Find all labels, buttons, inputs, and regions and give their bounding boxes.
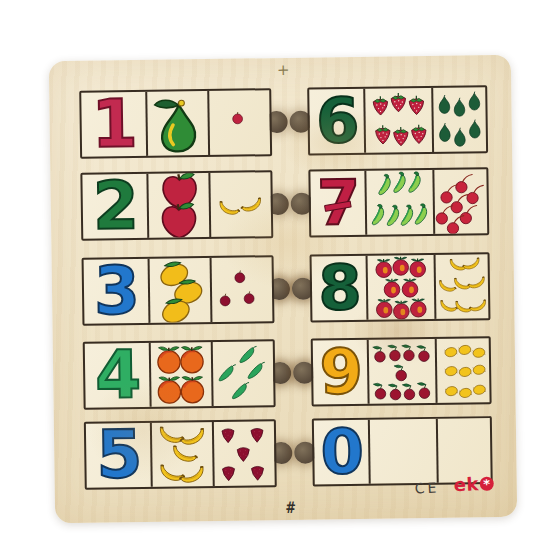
- pearsm-icon: [449, 97, 470, 118]
- cherrystem-icon: [442, 211, 467, 234]
- brand-text: ek: [453, 475, 479, 494]
- apple8-icon: [380, 275, 404, 299]
- straw-cell: [363, 88, 432, 153]
- apple-cell: [146, 173, 209, 238]
- banana-cell: [150, 422, 213, 487]
- banana-icon: [177, 460, 207, 487]
- chili-icon: [366, 203, 391, 228]
- number-cell-4: 4: [85, 343, 150, 408]
- puzzle-piece-6[interactable]: 6: [307, 85, 488, 156]
- banana-icon: [239, 192, 264, 217]
- cherryleaf-icon: [370, 380, 391, 401]
- brand-logo-asterisk-icon: *: [480, 476, 495, 491]
- lemon-icon: [153, 286, 197, 323]
- pear-icon: [147, 94, 206, 153]
- number-cell-6: 6: [309, 89, 364, 154]
- apple8-icon: [372, 296, 396, 320]
- digit-5: 5: [96, 423, 141, 488]
- brand-logo: ek*: [453, 474, 494, 494]
- empty-cell: [368, 419, 437, 484]
- number-cell-8: 8: [312, 256, 367, 321]
- banana-icon: [156, 422, 186, 449]
- chili-icon: [380, 204, 405, 229]
- banana-icon: [216, 195, 241, 220]
- lemon9-icon: [441, 342, 460, 361]
- apple8-icon: [389, 297, 413, 320]
- lemon-icon: [168, 269, 209, 310]
- pearsm-icon: [464, 119, 485, 140]
- number-cell-3: 3: [84, 259, 149, 324]
- puzzle-piece-1[interactable]: 1: [79, 88, 272, 159]
- digit-2: 2: [92, 174, 137, 239]
- puzzle-piece-3[interactable]: 3: [82, 255, 275, 326]
- digit-6: 6: [316, 90, 358, 153]
- appledot-icon: [229, 109, 246, 126]
- banana-icon: [178, 422, 208, 452]
- pear-cell: [145, 91, 208, 156]
- orange-icon: [152, 342, 185, 375]
- straw-icon: [388, 123, 414, 149]
- puzzle-piece-9[interactable]: 9: [311, 336, 492, 407]
- number-cell-5: 5: [86, 423, 151, 488]
- apple8-icon: [406, 295, 430, 319]
- lemon9-icon: [469, 343, 488, 362]
- pearsm-cell: [431, 87, 486, 152]
- banana-icon: [157, 457, 187, 487]
- banana-icon: [169, 438, 199, 468]
- apple8-icon: [371, 255, 395, 279]
- lemon9-icon: [469, 379, 488, 398]
- digit-4: 4: [95, 343, 140, 408]
- pearsm-icon: [463, 91, 484, 112]
- lemon9-icon: [455, 340, 474, 359]
- strawdark-icon: [247, 424, 268, 445]
- berry-cell: [210, 257, 273, 322]
- straw-icon: [370, 121, 396, 147]
- banana-icon: [451, 273, 472, 294]
- registration-mark-top: +: [277, 63, 290, 78]
- cherryleaf-icon: [399, 381, 420, 402]
- lemon9-icon: [455, 383, 474, 402]
- cherrystem-icon: [446, 190, 471, 215]
- cherryleaf-cell: [367, 339, 436, 404]
- strawdark-icon: [218, 424, 239, 445]
- number-cell-1: 1: [81, 92, 146, 157]
- cherrystem-icon: [432, 201, 457, 226]
- straw-icon: [385, 89, 411, 115]
- lemon-cell: [148, 258, 211, 323]
- apple-icon: [158, 199, 201, 238]
- straw-icon: [405, 121, 431, 147]
- puzzle-piece-5[interactable]: 5: [84, 419, 277, 490]
- chili-icon: [372, 173, 397, 198]
- cherryleaf-icon: [398, 341, 419, 362]
- cherryleaf-icon: [414, 380, 435, 401]
- apple8-cell: [366, 255, 435, 320]
- cherrystem-icon: [462, 181, 487, 206]
- cherrystem-cell: [432, 169, 487, 234]
- appledot-cell: [207, 90, 270, 155]
- cone-icon: [235, 343, 257, 365]
- cherrystem-icon: [456, 200, 481, 225]
- cone-icon: [244, 360, 266, 382]
- straw-icon: [367, 92, 393, 118]
- lemon9-icon: [469, 359, 488, 378]
- digit-9: 9: [319, 341, 361, 404]
- apple8-icon: [397, 275, 421, 299]
- berry-icon: [216, 291, 234, 309]
- straw-icon: [404, 92, 430, 118]
- orange-icon: [176, 342, 209, 375]
- banana-icon: [438, 295, 459, 316]
- lemon9-icon: [455, 362, 474, 381]
- strawdark-icon: [232, 443, 253, 464]
- banana-icon: [453, 296, 474, 317]
- chili-icon: [387, 170, 412, 195]
- strawdark-cell: [212, 421, 275, 486]
- orange-icon: [176, 373, 209, 406]
- puzzle-piece-2[interactable]: 2: [80, 170, 273, 241]
- number-cell-9: 9: [313, 340, 368, 405]
- banana-cell: [208, 172, 271, 237]
- banana-icon: [466, 272, 487, 293]
- pearsm-icon: [449, 127, 470, 148]
- digit-0: 0: [320, 421, 362, 484]
- puzzle-piece-8[interactable]: 8: [310, 252, 491, 323]
- digit-8: 8: [318, 257, 360, 320]
- cherryleaf-icon: [385, 381, 406, 402]
- apple-icon: [159, 173, 202, 212]
- orange-icon: [153, 373, 186, 406]
- cherryleaf-icon: [369, 343, 390, 364]
- ce-mark: CE: [414, 479, 439, 496]
- cherrystem-icon: [436, 180, 461, 205]
- strawdark-icon: [218, 462, 239, 483]
- digit-1: 1: [91, 92, 136, 157]
- lemon9-icon: [441, 361, 460, 380]
- digit-3: 3: [94, 259, 139, 324]
- pearsm-icon: [435, 122, 456, 143]
- lemon9-cell: [435, 338, 490, 403]
- cone-icon: [229, 379, 251, 401]
- puzzle-board: + # 1234567890 CE ek*: [49, 55, 517, 523]
- chili-cell: [364, 170, 433, 235]
- chili-icon: [401, 170, 426, 195]
- apple8-icon: [389, 255, 413, 278]
- lemon-icon: [152, 258, 195, 293]
- banana-icon: [447, 254, 468, 275]
- number-cell-0: 0: [314, 420, 369, 485]
- berry-icon: [240, 289, 258, 307]
- strawdark-icon: [247, 462, 268, 483]
- orange-cell: [149, 342, 212, 407]
- number-cell-2: 2: [82, 174, 147, 239]
- chili-icon: [408, 202, 433, 227]
- cone-cell: [211, 341, 274, 406]
- banana-cell: [434, 254, 489, 319]
- registration-mark-bottom: #: [285, 500, 296, 516]
- apple8-icon: [406, 255, 430, 279]
- banana-icon: [437, 275, 458, 296]
- cherryleaf-icon: [384, 342, 405, 363]
- berry-icon: [230, 268, 248, 286]
- lemon9-icon: [441, 381, 460, 400]
- cone-icon: [215, 361, 237, 383]
- chili-icon: [395, 204, 420, 229]
- cherryleaf-icon: [390, 362, 411, 383]
- number-cell-7: 7: [310, 171, 365, 236]
- puzzle-piece-7[interactable]: 7: [308, 167, 489, 238]
- puzzle-piece-4[interactable]: 4: [83, 339, 276, 410]
- cherrystem-icon: [451, 170, 476, 195]
- banana-icon: [467, 295, 488, 316]
- pearsm-icon: [434, 94, 455, 115]
- cherryleaf-icon: [413, 342, 434, 363]
- banana-icon: [461, 254, 482, 274]
